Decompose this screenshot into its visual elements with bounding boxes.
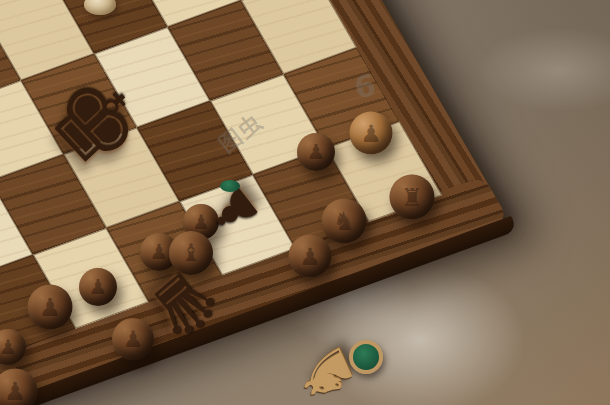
photo-scene: ♚♟♜♞♟♟♟♟♟♝♟♟♛♟♟♟♞ 图虫6 [0, 0, 610, 405]
